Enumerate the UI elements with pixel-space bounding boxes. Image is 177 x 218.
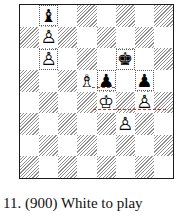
square-e8 xyxy=(97,5,116,27)
square-f5 xyxy=(116,70,135,92)
square-a5 xyxy=(20,70,39,92)
square-a4 xyxy=(20,92,39,114)
square-g7 xyxy=(135,27,154,49)
white-pawn: ♙ xyxy=(41,28,57,46)
square-b7: ♙ xyxy=(39,27,58,49)
square-b4 xyxy=(39,92,58,114)
square-h8 xyxy=(154,5,173,27)
square-a6 xyxy=(20,48,39,70)
square-b8: ♝ xyxy=(39,5,58,27)
square-d8 xyxy=(77,5,96,27)
square-g5: ♟ xyxy=(135,70,154,92)
square-d4 xyxy=(77,92,96,114)
square-d5: ♗ xyxy=(77,70,96,92)
square-g3 xyxy=(135,113,154,135)
square-a3 xyxy=(20,113,39,135)
square-f3: ♙ xyxy=(116,113,135,135)
square-c4 xyxy=(58,92,77,114)
square-c8 xyxy=(58,5,77,27)
square-d1 xyxy=(77,156,96,178)
square-e2 xyxy=(97,135,116,157)
square-b6: ♙ xyxy=(39,48,58,70)
square-f2 xyxy=(116,135,135,157)
square-h1 xyxy=(154,156,173,178)
black-pawn: ♟ xyxy=(98,72,114,90)
black-bishop: ♝ xyxy=(41,7,57,25)
square-g1 xyxy=(135,156,154,178)
white-pawn: ♙ xyxy=(117,115,133,133)
piece-background-box: ♚ xyxy=(116,49,135,70)
square-f1 xyxy=(116,156,135,178)
square-h5 xyxy=(154,70,173,92)
piece-background-box: ♝ xyxy=(39,5,58,26)
square-e5: ♟ xyxy=(97,70,116,92)
scanned-puzzle-page: ♝♙♙♚♗♟♟♔♙♙ 11. (900) White to play xyxy=(0,0,177,218)
square-a8 xyxy=(20,5,39,27)
white-bishop: ♗ xyxy=(79,72,95,90)
square-c3 xyxy=(58,113,77,135)
square-e1 xyxy=(97,156,116,178)
square-h6 xyxy=(154,48,173,70)
piece-background-box: ♟ xyxy=(135,70,154,91)
square-b1 xyxy=(39,156,58,178)
square-e4: ♔ xyxy=(97,92,116,114)
white-pawn: ♙ xyxy=(136,93,152,111)
square-f6: ♚ xyxy=(116,48,135,70)
square-c6 xyxy=(58,48,77,70)
square-g8 xyxy=(135,5,154,27)
square-c7 xyxy=(58,27,77,49)
square-e3 xyxy=(97,113,116,135)
square-b3 xyxy=(39,113,58,135)
square-h4 xyxy=(154,92,173,114)
square-f8 xyxy=(116,5,135,27)
square-c1 xyxy=(58,156,77,178)
square-g6 xyxy=(135,48,154,70)
piece-background-box: ♟ xyxy=(97,70,116,91)
square-e7 xyxy=(97,27,116,49)
square-b2 xyxy=(39,135,58,157)
white-king: ♔ xyxy=(98,93,114,111)
square-e6 xyxy=(97,48,116,70)
square-h7 xyxy=(154,27,173,49)
square-c5 xyxy=(58,70,77,92)
black-king: ♚ xyxy=(117,50,133,68)
square-d3 xyxy=(77,113,96,135)
square-g4: ♙ xyxy=(135,92,154,114)
chess-board: ♝♙♙♚♗♟♟♔♙♙ xyxy=(19,4,174,179)
square-d6 xyxy=(77,48,96,70)
square-d7 xyxy=(77,27,96,49)
square-c2 xyxy=(58,135,77,157)
puzzle-caption: 11. (900) White to play xyxy=(3,195,143,212)
square-d2 xyxy=(77,135,96,157)
square-a2 xyxy=(20,135,39,157)
square-h2 xyxy=(154,135,173,157)
black-pawn: ♟ xyxy=(136,72,152,90)
square-b5 xyxy=(39,70,58,92)
square-f4 xyxy=(116,92,135,114)
piece-background-box: ♙ xyxy=(39,49,58,70)
square-f7 xyxy=(116,27,135,49)
square-h3 xyxy=(154,113,173,135)
white-pawn: ♙ xyxy=(41,50,57,68)
square-a1 xyxy=(20,156,39,178)
square-a7 xyxy=(20,27,39,49)
square-g2 xyxy=(135,135,154,157)
